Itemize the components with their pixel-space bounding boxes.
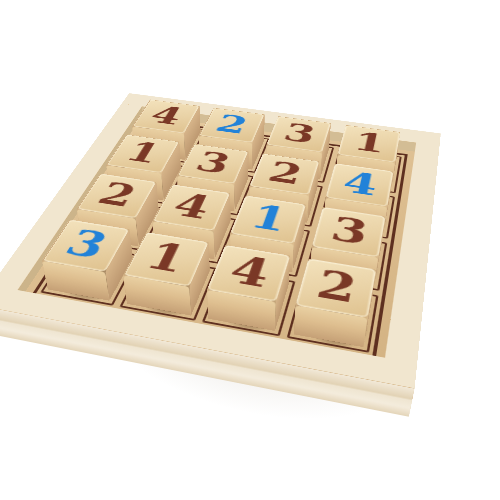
block-number: 3 <box>59 225 114 264</box>
block-number: 1 <box>121 138 166 167</box>
block-number: 4 <box>146 103 187 128</box>
block-number: 2 <box>313 265 360 309</box>
block-number: 4 <box>168 189 215 224</box>
block-number: 1 <box>351 129 387 157</box>
block-number: 4 <box>340 168 379 200</box>
block-number: 3 <box>280 120 318 147</box>
block-number: 2 <box>265 158 306 189</box>
block-number: 3 <box>328 213 371 250</box>
block-number: 2 <box>212 111 252 137</box>
block-number: 3 <box>191 148 234 178</box>
block-number: 1 <box>140 238 192 279</box>
block-number: 1 <box>246 201 291 237</box>
block-number: 4 <box>225 251 275 293</box>
block-number: 2 <box>92 178 141 211</box>
